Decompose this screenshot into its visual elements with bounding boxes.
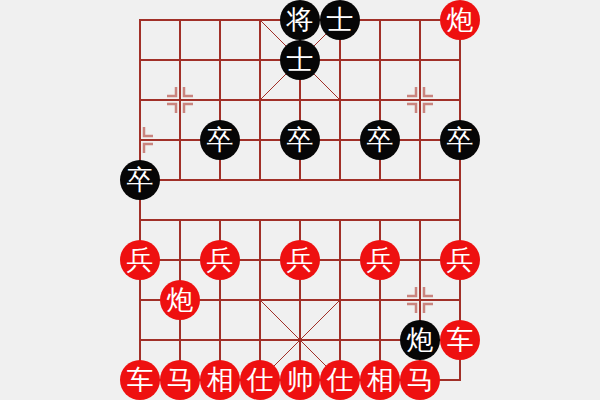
intersection-c8r8[interactable]: 车 <box>440 320 480 360</box>
intersection-c8r6[interactable]: 兵 <box>440 240 480 280</box>
intersection-c6r1[interactable] <box>360 40 400 80</box>
intersection-c7r0[interactable] <box>400 0 440 40</box>
intersection-c4r9[interactable]: 帅 <box>280 360 320 400</box>
intersection-c6r2[interactable] <box>360 80 400 120</box>
intersection-c5r0[interactable]: 士 <box>320 0 360 40</box>
intersection-c0r7[interactable] <box>120 280 160 320</box>
intersection-c8r5[interactable] <box>440 200 480 240</box>
intersection-c3r4[interactable] <box>240 160 280 200</box>
intersection-c3r6[interactable] <box>240 240 280 280</box>
intersection-c7r7[interactable] <box>400 280 440 320</box>
intersection-c6r7[interactable] <box>360 280 400 320</box>
intersection-c4r0[interactable]: 将 <box>280 0 320 40</box>
intersection-c7r9[interactable]: 马 <box>400 360 440 400</box>
intersection-c0r5[interactable] <box>120 200 160 240</box>
intersection-c3r8[interactable] <box>240 320 280 360</box>
intersection-c2r2[interactable] <box>200 80 240 120</box>
piece-black-advisor-c4r1[interactable]: 士 <box>280 40 320 80</box>
piece-black-general-c4r0[interactable]: 将 <box>280 0 320 40</box>
intersection-c7r5[interactable] <box>400 200 440 240</box>
piece-red-advisor-c3r9[interactable]: 仕 <box>240 360 280 400</box>
intersection-c2r0[interactable] <box>200 0 240 40</box>
intersection-c0r8[interactable] <box>120 320 160 360</box>
intersection-c4r4[interactable] <box>280 160 320 200</box>
piece-black-advisor-c5r0[interactable]: 士 <box>320 0 360 40</box>
intersection-c5r7[interactable] <box>320 280 360 320</box>
intersection-c8r0[interactable]: 炮 <box>440 0 480 40</box>
piece-red-soldier-c4r6[interactable]: 兵 <box>280 240 320 280</box>
intersection-c1r1[interactable] <box>160 40 200 80</box>
intersection-c4r3[interactable]: 卒 <box>280 120 320 160</box>
intersection-c1r4[interactable] <box>160 160 200 200</box>
piece-red-horse-c1r9[interactable]: 马 <box>160 360 200 400</box>
intersection-c1r7[interactable]: 炮 <box>160 280 200 320</box>
intersection-c2r1[interactable] <box>200 40 240 80</box>
intersection-c0r2[interactable] <box>120 80 160 120</box>
intersection-c7r6[interactable] <box>400 240 440 280</box>
intersection-c4r1[interactable]: 士 <box>280 40 320 80</box>
intersection-c5r6[interactable] <box>320 240 360 280</box>
intersection-c1r8[interactable] <box>160 320 200 360</box>
intersection-c4r2[interactable] <box>280 80 320 120</box>
intersection-c4r7[interactable] <box>280 280 320 320</box>
piece-red-elephant-c2r9[interactable]: 相 <box>200 360 240 400</box>
intersection-c7r4[interactable] <box>400 160 440 200</box>
intersection-c5r3[interactable] <box>320 120 360 160</box>
intersection-c2r6[interactable]: 兵 <box>200 240 240 280</box>
intersection-c3r3[interactable] <box>240 120 280 160</box>
piece-red-soldier-c0r6[interactable]: 兵 <box>120 240 160 280</box>
intersection-c3r2[interactable] <box>240 80 280 120</box>
intersection-c6r0[interactable] <box>360 0 400 40</box>
intersection-c5r2[interactable] <box>320 80 360 120</box>
intersection-c0r4[interactable]: 卒 <box>120 160 160 200</box>
xiangqi-board[interactable]: 将士炮士卒卒卒卒卒兵兵兵兵兵炮炮车车马相仕帅仕相马 <box>120 0 480 400</box>
intersection-c6r4[interactable] <box>360 160 400 200</box>
intersection-c6r5[interactable] <box>360 200 400 240</box>
piece-red-horse-c7r9[interactable]: 马 <box>400 360 440 400</box>
intersection-c5r1[interactable] <box>320 40 360 80</box>
intersection-c1r9[interactable]: 马 <box>160 360 200 400</box>
intersection-c4r8[interactable] <box>280 320 320 360</box>
intersection-c1r3[interactable] <box>160 120 200 160</box>
intersection-c7r3[interactable] <box>400 120 440 160</box>
intersection-c4r6[interactable]: 兵 <box>280 240 320 280</box>
intersection-c0r1[interactable] <box>120 40 160 80</box>
piece-black-soldier-c6r3[interactable]: 卒 <box>360 120 400 160</box>
intersection-c1r0[interactable] <box>160 0 200 40</box>
intersection-c0r6[interactable]: 兵 <box>120 240 160 280</box>
intersection-c3r5[interactable] <box>240 200 280 240</box>
intersection-c6r3[interactable]: 卒 <box>360 120 400 160</box>
piece-black-soldier-c4r3[interactable]: 卒 <box>280 120 320 160</box>
intersection-c8r3[interactable]: 卒 <box>440 120 480 160</box>
intersection-c8r1[interactable] <box>440 40 480 80</box>
intersection-c2r7[interactable] <box>200 280 240 320</box>
piece-red-cannon-c1r7[interactable]: 炮 <box>160 280 200 320</box>
intersection-c5r5[interactable] <box>320 200 360 240</box>
piece-black-cannon-c7r8[interactable]: 炮 <box>400 320 440 360</box>
intersection-c6r9[interactable]: 相 <box>360 360 400 400</box>
piece-black-soldier-c0r4[interactable]: 卒 <box>120 160 160 200</box>
intersection-c5r4[interactable] <box>320 160 360 200</box>
intersection-c3r0[interactable] <box>240 0 280 40</box>
intersection-c2r4[interactable] <box>200 160 240 200</box>
intersection-c0r3[interactable] <box>120 120 160 160</box>
piece-black-soldier-c2r3[interactable]: 卒 <box>200 120 240 160</box>
intersection-c4r5[interactable] <box>280 200 320 240</box>
intersection-c7r8[interactable]: 炮 <box>400 320 440 360</box>
intersection-c6r6[interactable]: 兵 <box>360 240 400 280</box>
piece-red-chariot-c8r8[interactable]: 车 <box>440 320 480 360</box>
intersection-c1r2[interactable] <box>160 80 200 120</box>
intersection-c8r4[interactable] <box>440 160 480 200</box>
piece-black-soldier-c8r3[interactable]: 卒 <box>440 120 480 160</box>
intersection-c0r0[interactable] <box>120 0 160 40</box>
intersection-c3r9[interactable]: 仕 <box>240 360 280 400</box>
intersection-c7r2[interactable] <box>400 80 440 120</box>
intersection-c1r6[interactable] <box>160 240 200 280</box>
piece-red-soldier-c8r6[interactable]: 兵 <box>440 240 480 280</box>
piece-red-elephant-c6r9[interactable]: 相 <box>360 360 400 400</box>
intersection-c7r1[interactable] <box>400 40 440 80</box>
intersection-c3r7[interactable] <box>240 280 280 320</box>
piece-red-chariot-c0r9[interactable]: 车 <box>120 360 160 400</box>
piece-red-soldier-c2r6[interactable]: 兵 <box>200 240 240 280</box>
intersection-c6r8[interactable] <box>360 320 400 360</box>
intersection-c1r5[interactable] <box>160 200 200 240</box>
intersection-c5r8[interactable] <box>320 320 360 360</box>
intersection-c8r7[interactable] <box>440 280 480 320</box>
intersection-c0r9[interactable]: 车 <box>120 360 160 400</box>
intersection-c2r3[interactable]: 卒 <box>200 120 240 160</box>
piece-red-cannon-c8r0[interactable]: 炮 <box>440 0 480 40</box>
piece-red-advisor-c5r9[interactable]: 仕 <box>320 360 360 400</box>
intersection-c8r9[interactable] <box>440 360 480 400</box>
xiangqi-app: 将士炮士卒卒卒卒卒兵兵兵兵兵炮炮车车马相仕帅仕相马 <box>0 0 600 400</box>
intersection-c5r9[interactable]: 仕 <box>320 360 360 400</box>
piece-red-general-c4r9[interactable]: 帅 <box>280 360 320 400</box>
piece-red-soldier-c6r6[interactable]: 兵 <box>360 240 400 280</box>
intersection-c3r1[interactable] <box>240 40 280 80</box>
intersection-c2r8[interactable] <box>200 320 240 360</box>
intersection-c2r9[interactable]: 相 <box>200 360 240 400</box>
intersection-c2r5[interactable] <box>200 200 240 240</box>
intersection-c8r2[interactable] <box>440 80 480 120</box>
